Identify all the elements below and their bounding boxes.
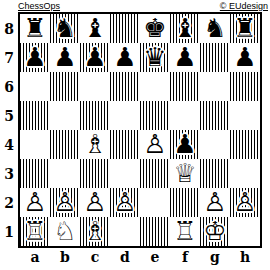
square-e8: ♚: [140, 14, 170, 43]
square-c2: ♙: [80, 188, 110, 217]
square-c8: ♝: [80, 14, 110, 43]
square-b3: [50, 159, 80, 188]
black-knight: ♞: [203, 14, 226, 43]
file-label-e: e: [140, 250, 170, 265]
black-pawn: ♟: [53, 43, 76, 72]
white-king: ♔: [203, 217, 226, 246]
white-pawn: ♙: [83, 188, 106, 217]
black-queen: ♛: [143, 43, 166, 72]
white-rook: ♖: [23, 217, 46, 246]
black-knight: ♞: [53, 14, 76, 43]
square-g7: [200, 43, 230, 72]
file-label-d: d: [110, 250, 140, 265]
square-a6: [20, 72, 50, 101]
square-g5: [200, 101, 230, 130]
black-bishop: ♝: [173, 14, 196, 43]
square-a5: [20, 101, 50, 130]
square-g6: [200, 72, 230, 101]
square-a4: [20, 130, 50, 159]
square-c7: ♟: [80, 43, 110, 72]
square-f4: ♟: [170, 130, 200, 159]
square-d4: [110, 130, 140, 159]
square-e2: [140, 188, 170, 217]
header-bar: ChessOps © EUdesign: [0, 0, 270, 12]
square-b8: ♞: [50, 14, 80, 43]
square-b2: ♙: [50, 188, 80, 217]
file-label-c: c: [80, 250, 110, 265]
square-e7: ♛: [140, 43, 170, 72]
square-c6: [80, 72, 110, 101]
square-h5: [230, 101, 260, 130]
square-g4: [200, 130, 230, 159]
white-rook: ♖: [173, 217, 196, 246]
square-c3: [80, 159, 110, 188]
square-c1: ♗: [80, 217, 110, 246]
rank-label-4: 4: [0, 130, 18, 159]
square-d7: ♟: [110, 43, 140, 72]
rank-label-5: 5: [0, 101, 18, 130]
square-d8: [110, 14, 140, 43]
rank-label-6: 6: [0, 72, 18, 101]
white-pawn: ♙: [23, 188, 46, 217]
rank-label-2: 2: [0, 188, 18, 217]
black-rook: ♜: [23, 14, 46, 43]
square-e5: [140, 101, 170, 130]
square-e1: [140, 217, 170, 246]
square-d6: [110, 72, 140, 101]
black-pawn: ♟: [233, 43, 256, 72]
square-h7: ♟: [230, 43, 260, 72]
black-pawn: ♟: [23, 43, 46, 72]
square-b4: [50, 130, 80, 159]
square-a1: ♖: [20, 217, 50, 246]
file-label-g: g: [200, 250, 230, 265]
square-h3: [230, 159, 260, 188]
file-label-f: f: [170, 250, 200, 265]
square-e6: [140, 72, 170, 101]
black-pawn: ♟: [173, 43, 196, 72]
rank-label-7: 7: [0, 43, 18, 72]
black-king: ♚: [143, 14, 166, 43]
square-h6: [230, 72, 260, 101]
square-f8: ♝: [170, 14, 200, 43]
square-a2: ♙: [20, 188, 50, 217]
square-d3: [110, 159, 140, 188]
file-label-b: b: [50, 250, 80, 265]
white-bishop: ♗: [83, 130, 106, 159]
white-pawn: ♙: [233, 188, 256, 217]
white-pawn: ♙: [53, 188, 76, 217]
square-g8: ♞: [200, 14, 230, 43]
file-label-a: a: [20, 250, 50, 265]
credit-link[interactable]: © EUdesign: [220, 1, 268, 11]
black-bishop: ♝: [83, 14, 106, 43]
square-h1: [230, 217, 260, 246]
square-g3: [200, 159, 230, 188]
chessops-diagram: ChessOps © EUdesign 87654321 ♜♞♝♚♝♞♜♟♟♟♟…: [0, 0, 270, 270]
chess-board: ♜♞♝♚♝♞♜♟♟♟♟♛♟♟♗♙♟♕♙♙♙♙♙♙♖♘♗♖♔: [18, 12, 262, 248]
square-f5: [170, 101, 200, 130]
black-pawn: ♟: [113, 43, 136, 72]
square-d2: ♙: [110, 188, 140, 217]
black-rook: ♜: [233, 14, 256, 43]
rank-label-1: 1: [0, 217, 18, 246]
white-queen: ♕: [173, 159, 196, 188]
square-f6: [170, 72, 200, 101]
board-area: 87654321 ♜♞♝♚♝♞♜♟♟♟♟♛♟♟♗♙♟♕♙♙♙♙♙♙♖♘♗♖♔: [0, 12, 270, 248]
square-a8: ♜: [20, 14, 50, 43]
square-g2: ♙: [200, 188, 230, 217]
rank-label-3: 3: [0, 159, 18, 188]
square-f7: ♟: [170, 43, 200, 72]
square-e4: ♙: [140, 130, 170, 159]
square-b6: [50, 72, 80, 101]
square-b7: ♟: [50, 43, 80, 72]
square-a7: ♟: [20, 43, 50, 72]
white-pawn: ♙: [143, 130, 166, 159]
square-g1: ♔: [200, 217, 230, 246]
black-pawn: ♟: [173, 130, 196, 159]
white-knight: ♘: [53, 217, 76, 246]
black-pawn: ♟: [83, 43, 106, 72]
square-f3: ♕: [170, 159, 200, 188]
square-h4: [230, 130, 260, 159]
rank-label-8: 8: [0, 14, 18, 43]
square-b5: [50, 101, 80, 130]
white-bishop: ♗: [83, 217, 106, 246]
file-labels: abcdefgh: [20, 248, 260, 265]
square-h2: ♙: [230, 188, 260, 217]
white-pawn: ♙: [203, 188, 226, 217]
square-b1: ♘: [50, 217, 80, 246]
rank-labels: 87654321: [0, 12, 18, 248]
square-f1: ♖: [170, 217, 200, 246]
square-d1: [110, 217, 140, 246]
square-c4: ♗: [80, 130, 110, 159]
square-c5: [80, 101, 110, 130]
app-title-link[interactable]: ChessOps: [18, 1, 60, 11]
white-pawn: ♙: [113, 188, 136, 217]
file-label-h: h: [230, 250, 260, 265]
square-e3: [140, 159, 170, 188]
square-a3: [20, 159, 50, 188]
square-h8: ♜: [230, 14, 260, 43]
square-d5: [110, 101, 140, 130]
square-f2: [170, 188, 200, 217]
